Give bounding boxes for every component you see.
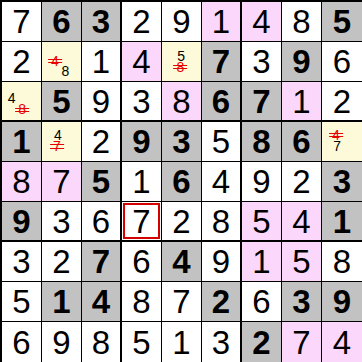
- cell-value: 3: [132, 85, 150, 118]
- cell-r5c1[interactable]: 8: [2, 162, 42, 202]
- cell-value: 6: [212, 85, 230, 118]
- cell-value: 3: [52, 205, 70, 238]
- cell-value: 3: [212, 326, 230, 359]
- cell-value: 8: [333, 245, 351, 278]
- cell-value: 2: [292, 165, 310, 198]
- cell-r8c9[interactable]: 9: [322, 282, 362, 322]
- cell-r9c7[interactable]: 2: [242, 322, 282, 362]
- cell-r6c6[interactable]: 8: [202, 202, 242, 242]
- cell-value: 8: [12, 165, 30, 198]
- pencil-candidate-7: 7: [333, 139, 341, 153]
- cell-value: 1: [212, 5, 230, 38]
- cell-value: 9: [92, 85, 110, 118]
- pencil-candidate-8: 8: [61, 64, 69, 78]
- cell-value: 8: [172, 85, 190, 118]
- cell-r8c8[interactable]: 3: [282, 282, 322, 322]
- cell-r9c2[interactable]: 9: [42, 322, 82, 362]
- cell-value: 4: [132, 45, 150, 78]
- cell-r9c9[interactable]: 4: [322, 322, 362, 362]
- cell-value: 7: [12, 5, 30, 38]
- cell-value: 2: [333, 85, 351, 118]
- cell-value: 8: [92, 326, 110, 359]
- cell-value: 1: [333, 205, 351, 238]
- cell-r4c4[interactable]: 9: [122, 122, 162, 162]
- cell-r6c5[interactable]: 2: [162, 202, 202, 242]
- cell-value: 9: [333, 285, 351, 318]
- cell-value: 4: [333, 326, 351, 359]
- cell-value: 2: [52, 245, 70, 278]
- cell-r3c1[interactable]: 48: [2, 82, 42, 122]
- cell-value: 4: [292, 205, 310, 238]
- cell-value: 9: [172, 5, 190, 38]
- cell-value: 8: [132, 285, 150, 318]
- cell-value: 3: [333, 165, 351, 198]
- cell-value: 1: [132, 165, 150, 198]
- cell-r7c5[interactable]: 4: [162, 242, 202, 282]
- cell-r7c4[interactable]: 6: [122, 242, 162, 282]
- cell-value: 4: [212, 165, 230, 198]
- cell-r9c8[interactable]: 7: [282, 322, 322, 362]
- cell-r2c8[interactable]: 9: [282, 42, 322, 82]
- cell-value: 5: [92, 165, 110, 198]
- cell-value: 7: [292, 326, 310, 359]
- cell-r1c1[interactable]: 7: [2, 2, 42, 42]
- cell-value: 8: [212, 205, 230, 238]
- cell-r3c9[interactable]: 2: [322, 82, 362, 122]
- cell-r8c6[interactable]: 2: [202, 282, 242, 322]
- cell-value: 6: [12, 326, 30, 359]
- cell-value: 7: [92, 245, 110, 278]
- cell-r6c3[interactable]: 6: [82, 202, 122, 242]
- cell-value: 9: [292, 45, 310, 78]
- cell-r3c4[interactable]: 3: [122, 82, 162, 122]
- cell-value: 9: [212, 245, 230, 278]
- cell-value: 6: [52, 5, 70, 38]
- cell-value: 5: [292, 245, 310, 278]
- cell-value: 5: [333, 5, 351, 38]
- cell-r7c7[interactable]: 1: [242, 242, 282, 282]
- cell-value: 7: [52, 165, 70, 198]
- cell-r9c3[interactable]: 8: [82, 322, 122, 362]
- cell-r2c3[interactable]: 1: [82, 42, 122, 82]
- cell-r5c5[interactable]: 6: [162, 162, 202, 202]
- cell-value: 2: [212, 285, 230, 318]
- sudoku-board: 7632914852481458739648593867121472935864…: [0, 0, 362, 362]
- cell-value: 3: [172, 125, 190, 158]
- cell-r9c1[interactable]: 6: [2, 322, 42, 362]
- cell-r6c8[interactable]: 4: [282, 202, 322, 242]
- cell-r1c4[interactable]: 2: [122, 2, 162, 42]
- cell-value: 8: [252, 125, 270, 158]
- cell-r8c5[interactable]: 7: [162, 282, 202, 322]
- cell-value: 1: [292, 85, 310, 118]
- cell-r1c6[interactable]: 1: [202, 2, 242, 42]
- cell-value: 3: [12, 245, 30, 278]
- cell-r2c2[interactable]: 48: [42, 42, 82, 82]
- cell-r1c8[interactable]: 8: [282, 2, 322, 42]
- cell-r6c4[interactable]: 7: [122, 202, 162, 242]
- cell-r2c7[interactable]: 3: [242, 42, 282, 82]
- cell-r3c7[interactable]: 7: [242, 82, 282, 122]
- cell-r5c8[interactable]: 2: [282, 162, 322, 202]
- cell-r3c8[interactable]: 1: [282, 82, 322, 122]
- cell-value: 5: [12, 285, 30, 318]
- cell-value: 9: [252, 165, 270, 198]
- cell-r2c1[interactable]: 2: [2, 42, 42, 82]
- cell-value: 6: [92, 205, 110, 238]
- cell-r8c2[interactable]: 1: [42, 282, 82, 322]
- cell-r5c3[interactable]: 5: [82, 162, 122, 202]
- cell-r1c2[interactable]: 6: [42, 2, 82, 42]
- cell-r8c1[interactable]: 5: [2, 282, 42, 322]
- cell-value: 1: [92, 45, 110, 78]
- cell-value: 2: [172, 205, 190, 238]
- cell-r2c5[interactable]: 58: [162, 42, 202, 82]
- cell-value: 4: [172, 245, 190, 278]
- cell-value: 7: [172, 285, 190, 318]
- cell-r4c6[interactable]: 5: [202, 122, 242, 162]
- cell-value: 1: [12, 125, 30, 158]
- cell-value: 3: [292, 285, 310, 318]
- cell-r3c6[interactable]: 6: [202, 82, 242, 122]
- cell-r4c9[interactable]: 47: [322, 122, 362, 162]
- eliminated-candidate-8: 8: [176, 60, 184, 74]
- cell-r5c9[interactable]: 3: [322, 162, 362, 202]
- cell-r9c4[interactable]: 5: [122, 322, 162, 362]
- cell-value: 1: [252, 245, 270, 278]
- cell-value: 5: [132, 326, 150, 359]
- cell-r4c3[interactable]: 2: [82, 122, 122, 162]
- cell-value: 6: [252, 285, 270, 318]
- cell-r9c6[interactable]: 3: [202, 322, 242, 362]
- cell-r6c1[interactable]: 9: [2, 202, 42, 242]
- cell-r4c2[interactable]: 47: [42, 122, 82, 162]
- cell-value: 4: [252, 5, 270, 38]
- cell-value: 6: [172, 165, 190, 198]
- cell-r7c2[interactable]: 2: [42, 242, 82, 282]
- cell-r7c3[interactable]: 7: [82, 242, 122, 282]
- cell-r7c9[interactable]: 8: [322, 242, 362, 282]
- pencil-candidate-4: 4: [8, 91, 16, 105]
- eliminated-candidate-7: 7: [53, 139, 61, 153]
- cell-r6c7[interactable]: 5: [242, 202, 282, 242]
- cell-r3c2[interactable]: 5: [42, 82, 82, 122]
- cell-value: 4: [92, 285, 110, 318]
- cell-r4c7[interactable]: 8: [242, 122, 282, 162]
- cell-r8c4[interactable]: 8: [122, 282, 162, 322]
- cell-r4c5[interactable]: 3: [162, 122, 202, 162]
- cell-value: 9: [12, 205, 30, 238]
- cell-value: 1: [172, 326, 190, 359]
- cell-r6c2[interactable]: 3: [42, 202, 82, 242]
- cell-value: 9: [52, 326, 70, 359]
- cell-r5c4[interactable]: 1: [122, 162, 162, 202]
- cell-r5c2[interactable]: 7: [42, 162, 82, 202]
- cell-r2c6[interactable]: 7: [202, 42, 242, 82]
- cell-r1c7[interactable]: 4: [242, 2, 282, 42]
- cell-value: 7: [132, 205, 150, 238]
- cell-value: 3: [252, 45, 270, 78]
- cell-value: 5: [212, 125, 230, 158]
- cell-r7c1[interactable]: 3: [2, 242, 42, 282]
- cell-r4c8[interactable]: 6: [282, 122, 322, 162]
- cell-value: 2: [92, 125, 110, 158]
- cell-r5c6[interactable]: 4: [202, 162, 242, 202]
- cell-r1c9[interactable]: 5: [322, 2, 362, 42]
- cell-r6c9[interactable]: 1: [322, 202, 362, 242]
- cell-value: 2: [12, 45, 30, 78]
- cell-r3c3[interactable]: 9: [82, 82, 122, 122]
- cell-r5c7[interactable]: 9: [242, 162, 282, 202]
- cell-value: 5: [252, 205, 270, 238]
- cell-value: 7: [212, 45, 230, 78]
- cell-value: 3: [92, 5, 110, 38]
- cell-r2c4[interactable]: 4: [122, 42, 162, 82]
- cell-value: 2: [132, 5, 150, 38]
- cell-r8c3[interactable]: 4: [82, 282, 122, 322]
- cell-r2c9[interactable]: 6: [322, 42, 362, 82]
- cell-value: 9: [132, 125, 150, 158]
- eliminated-candidate-4: 4: [51, 54, 59, 68]
- cell-r8c7[interactable]: 6: [242, 282, 282, 322]
- cell-r3c5[interactable]: 8: [162, 82, 202, 122]
- cell-value: 1: [52, 285, 70, 318]
- cell-value: 6: [333, 45, 351, 78]
- cell-r9c5[interactable]: 1: [162, 322, 202, 362]
- cell-value: 7: [252, 85, 270, 118]
- eliminated-candidate-8: 8: [18, 102, 26, 116]
- cell-value: 8: [292, 5, 310, 38]
- cell-value: 2: [252, 326, 270, 359]
- cell-r1c3[interactable]: 3: [82, 2, 122, 42]
- cell-value: 6: [132, 245, 150, 278]
- cell-r7c6[interactable]: 9: [202, 242, 242, 282]
- cell-value: 6: [292, 125, 310, 158]
- cell-r1c5[interactable]: 9: [162, 2, 202, 42]
- cell-r4c1[interactable]: 1: [2, 122, 42, 162]
- cell-value: 5: [52, 85, 70, 118]
- cell-r7c8[interactable]: 5: [282, 242, 322, 282]
